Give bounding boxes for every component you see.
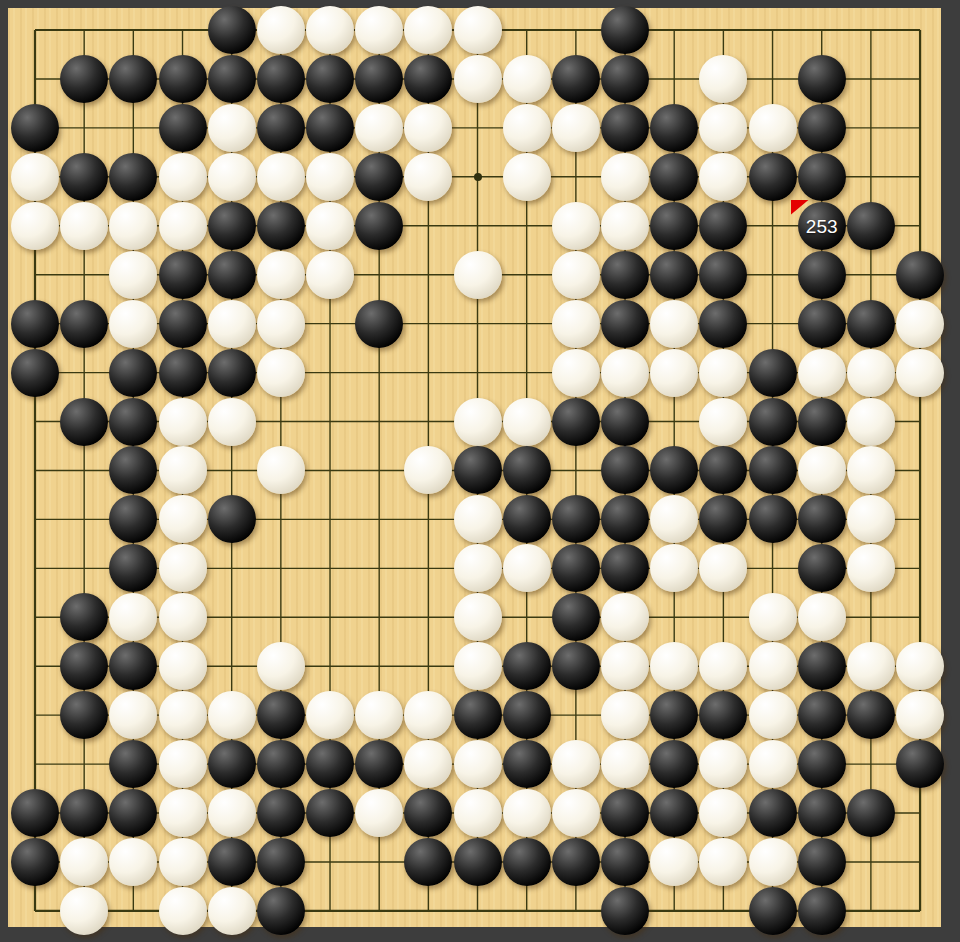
stone-black bbox=[454, 691, 502, 739]
stone-black bbox=[552, 642, 600, 690]
stone-black bbox=[159, 349, 207, 397]
stone-black bbox=[109, 153, 157, 201]
stone-white bbox=[699, 55, 747, 103]
stone-black bbox=[306, 789, 354, 837]
stone-white bbox=[798, 593, 846, 641]
stone-black bbox=[552, 544, 600, 592]
stone-black bbox=[798, 300, 846, 348]
stone-black bbox=[601, 300, 649, 348]
stone-white bbox=[159, 544, 207, 592]
stone-black bbox=[109, 349, 157, 397]
stone-white bbox=[208, 691, 256, 739]
stone-black bbox=[552, 838, 600, 886]
stone-black bbox=[159, 251, 207, 299]
stone-black bbox=[601, 398, 649, 446]
stone-white bbox=[749, 691, 797, 739]
stone-black bbox=[159, 104, 207, 152]
stone-white bbox=[208, 398, 256, 446]
stone-black bbox=[601, 55, 649, 103]
stone-white bbox=[454, 789, 502, 837]
stone-black bbox=[650, 153, 698, 201]
stone-white bbox=[306, 153, 354, 201]
stone-black bbox=[208, 838, 256, 886]
stone-black bbox=[257, 104, 305, 152]
move-number-label: 253 bbox=[798, 203, 846, 251]
stone-black bbox=[798, 55, 846, 103]
stone-black bbox=[208, 740, 256, 788]
stone-black bbox=[650, 251, 698, 299]
stone-black bbox=[454, 446, 502, 494]
stone-white bbox=[159, 446, 207, 494]
stone-white bbox=[847, 446, 895, 494]
stone-white bbox=[257, 446, 305, 494]
stone-black bbox=[650, 740, 698, 788]
stone-white bbox=[257, 6, 305, 54]
stone-black bbox=[896, 740, 944, 788]
stone-white bbox=[454, 740, 502, 788]
stone-white bbox=[552, 251, 600, 299]
stone-black bbox=[355, 740, 403, 788]
stone-white bbox=[847, 349, 895, 397]
stone-black bbox=[11, 349, 59, 397]
stone-black bbox=[257, 887, 305, 935]
stone-white bbox=[306, 6, 354, 54]
stone-black bbox=[798, 104, 846, 152]
stone-black bbox=[60, 691, 108, 739]
stone-white bbox=[306, 202, 354, 250]
stone-black bbox=[257, 55, 305, 103]
stone-black bbox=[355, 55, 403, 103]
stone-black bbox=[208, 55, 256, 103]
stone-black bbox=[11, 104, 59, 152]
stone-white bbox=[601, 349, 649, 397]
stone-white bbox=[355, 789, 403, 837]
stone-white bbox=[454, 6, 502, 54]
stone-white bbox=[159, 153, 207, 201]
stone-black bbox=[60, 398, 108, 446]
stone-black bbox=[699, 300, 747, 348]
stone-black bbox=[896, 251, 944, 299]
stone-white bbox=[208, 104, 256, 152]
stone-white bbox=[650, 349, 698, 397]
star-point bbox=[474, 173, 482, 181]
stone-black bbox=[208, 251, 256, 299]
stone-black bbox=[208, 6, 256, 54]
screenshot-root: 253 bbox=[0, 0, 960, 942]
stone-white bbox=[355, 691, 403, 739]
stone-black bbox=[257, 789, 305, 837]
stone-black bbox=[404, 838, 452, 886]
stone-black bbox=[552, 495, 600, 543]
stone-white bbox=[306, 691, 354, 739]
stone-white bbox=[699, 153, 747, 201]
stone-white bbox=[109, 300, 157, 348]
stone-white bbox=[11, 202, 59, 250]
stone-black bbox=[503, 495, 551, 543]
stone-white bbox=[749, 642, 797, 690]
stone-white bbox=[601, 691, 649, 739]
stone-white bbox=[159, 202, 207, 250]
stone-black bbox=[650, 104, 698, 152]
stone-white bbox=[601, 642, 649, 690]
stone-black bbox=[11, 838, 59, 886]
stone-white bbox=[601, 202, 649, 250]
stone-white bbox=[159, 789, 207, 837]
stone-white bbox=[257, 251, 305, 299]
stone-white bbox=[454, 642, 502, 690]
stone-white bbox=[749, 740, 797, 788]
stone-white bbox=[601, 153, 649, 201]
stone-white bbox=[60, 838, 108, 886]
stone-black bbox=[847, 691, 895, 739]
stone-white bbox=[159, 495, 207, 543]
stone-black bbox=[159, 300, 207, 348]
stone-black bbox=[552, 55, 600, 103]
stone-white bbox=[601, 740, 649, 788]
stone-white bbox=[896, 642, 944, 690]
stone-black bbox=[798, 398, 846, 446]
stone-black bbox=[847, 789, 895, 837]
stone-black bbox=[749, 349, 797, 397]
stone-black bbox=[552, 398, 600, 446]
stone-white bbox=[749, 104, 797, 152]
stone-black bbox=[749, 153, 797, 201]
stone-black bbox=[306, 55, 354, 103]
stone-black bbox=[355, 300, 403, 348]
stone-black bbox=[60, 789, 108, 837]
stone-white bbox=[847, 544, 895, 592]
stone-black bbox=[355, 202, 403, 250]
stone-black bbox=[503, 838, 551, 886]
stone-white bbox=[798, 446, 846, 494]
stone-white bbox=[454, 398, 502, 446]
stone-black bbox=[503, 740, 551, 788]
stone-white bbox=[503, 789, 551, 837]
stone-white bbox=[109, 838, 157, 886]
stone-white bbox=[650, 838, 698, 886]
stone-white bbox=[847, 495, 895, 543]
stone-white bbox=[159, 691, 207, 739]
stone-black bbox=[601, 789, 649, 837]
stone-white bbox=[208, 153, 256, 201]
stone-black bbox=[798, 251, 846, 299]
stone-white bbox=[159, 838, 207, 886]
stone-black bbox=[503, 642, 551, 690]
stone-black bbox=[699, 251, 747, 299]
stone-white bbox=[699, 104, 747, 152]
stone-white bbox=[552, 789, 600, 837]
stone-white bbox=[454, 495, 502, 543]
stone-black bbox=[798, 740, 846, 788]
stone-white bbox=[454, 593, 502, 641]
stone-white bbox=[503, 153, 551, 201]
stone-black bbox=[847, 202, 895, 250]
stone-white bbox=[503, 398, 551, 446]
stone-white bbox=[257, 300, 305, 348]
stone-black bbox=[798, 838, 846, 886]
stone-black bbox=[11, 300, 59, 348]
stone-black bbox=[257, 202, 305, 250]
stone-black bbox=[306, 740, 354, 788]
stone-black bbox=[503, 446, 551, 494]
stone-black bbox=[749, 446, 797, 494]
stone-white bbox=[503, 55, 551, 103]
stone-black bbox=[159, 55, 207, 103]
stone-black bbox=[601, 104, 649, 152]
stone-black bbox=[798, 691, 846, 739]
stone-white bbox=[404, 104, 452, 152]
stone-black bbox=[454, 838, 502, 886]
stone-white bbox=[355, 6, 403, 54]
stone-black bbox=[749, 495, 797, 543]
stone-black bbox=[847, 300, 895, 348]
stone-black bbox=[306, 104, 354, 152]
stone-white bbox=[60, 202, 108, 250]
stone-black bbox=[404, 55, 452, 103]
stone-black bbox=[11, 789, 59, 837]
stone-white bbox=[896, 349, 944, 397]
stone-black bbox=[60, 55, 108, 103]
stone-white bbox=[847, 398, 895, 446]
stone-black bbox=[798, 642, 846, 690]
go-board[interactable]: 253 bbox=[8, 8, 941, 927]
stone-black bbox=[208, 495, 256, 543]
stone-white bbox=[552, 740, 600, 788]
stone-white bbox=[60, 887, 108, 935]
stone-white bbox=[552, 349, 600, 397]
stone-black bbox=[257, 838, 305, 886]
stone-black bbox=[552, 593, 600, 641]
stone-white bbox=[454, 544, 502, 592]
stone-white bbox=[11, 153, 59, 201]
stone-white bbox=[699, 838, 747, 886]
stone-black bbox=[257, 740, 305, 788]
stone-black bbox=[601, 838, 649, 886]
stone-white bbox=[208, 789, 256, 837]
stone-black bbox=[601, 887, 649, 935]
stone-white bbox=[454, 251, 502, 299]
stone-white bbox=[159, 593, 207, 641]
stone-white bbox=[109, 202, 157, 250]
stone-black bbox=[109, 398, 157, 446]
stone-white bbox=[896, 300, 944, 348]
stone-white bbox=[749, 593, 797, 641]
stone-black bbox=[60, 300, 108, 348]
stone-white bbox=[552, 104, 600, 152]
stone-black bbox=[601, 6, 649, 54]
stone-white bbox=[159, 887, 207, 935]
stone-black bbox=[355, 153, 403, 201]
stone-black bbox=[650, 202, 698, 250]
stone-white bbox=[208, 887, 256, 935]
stone-white bbox=[404, 153, 452, 201]
stone-white bbox=[650, 300, 698, 348]
stone-white bbox=[159, 398, 207, 446]
stone-white bbox=[208, 300, 256, 348]
stone-white bbox=[798, 349, 846, 397]
stone-white bbox=[552, 202, 600, 250]
stone-black bbox=[60, 153, 108, 201]
stone-white bbox=[159, 740, 207, 788]
stone-white bbox=[749, 838, 797, 886]
stone-black bbox=[749, 887, 797, 935]
stone-black bbox=[503, 691, 551, 739]
stone-white bbox=[454, 55, 502, 103]
stone-black bbox=[208, 349, 256, 397]
stone-black bbox=[798, 789, 846, 837]
stone-black bbox=[798, 544, 846, 592]
stone-black bbox=[601, 251, 649, 299]
stone-black bbox=[749, 398, 797, 446]
stone-black bbox=[798, 495, 846, 543]
stone-black bbox=[699, 202, 747, 250]
stone-white bbox=[896, 691, 944, 739]
stone-white bbox=[847, 642, 895, 690]
stone-black bbox=[109, 55, 157, 103]
stone-white bbox=[503, 544, 551, 592]
stone-white bbox=[552, 300, 600, 348]
stone-white bbox=[257, 642, 305, 690]
stone-black bbox=[749, 789, 797, 837]
stone-white bbox=[601, 593, 649, 641]
stone-black bbox=[798, 153, 846, 201]
stone-white bbox=[257, 153, 305, 201]
stone-white bbox=[159, 642, 207, 690]
stone-black bbox=[798, 887, 846, 935]
stone-white bbox=[109, 251, 157, 299]
stone-white bbox=[699, 349, 747, 397]
stone-black bbox=[257, 691, 305, 739]
stone-white bbox=[355, 104, 403, 152]
stone-black bbox=[208, 202, 256, 250]
stone-white bbox=[306, 251, 354, 299]
stone-black bbox=[650, 789, 698, 837]
stone-white bbox=[699, 398, 747, 446]
stone-white bbox=[503, 104, 551, 152]
stone-white bbox=[257, 349, 305, 397]
